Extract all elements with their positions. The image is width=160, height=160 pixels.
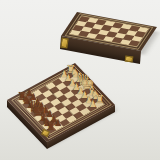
brass-hinge-right [125, 55, 134, 62]
brass-clasp [60, 38, 68, 49]
chess-set-product-photo[interactable]: ♜♟♞♟♝♟♛♟♚♟♝♟♟♞♜♟♟♜♞♟♟♝♟♛♟♚♟♝♟♞♟♜ [0, 0, 160, 160]
open-board-top [7, 63, 115, 142]
wood-sheen [7, 63, 115, 142]
